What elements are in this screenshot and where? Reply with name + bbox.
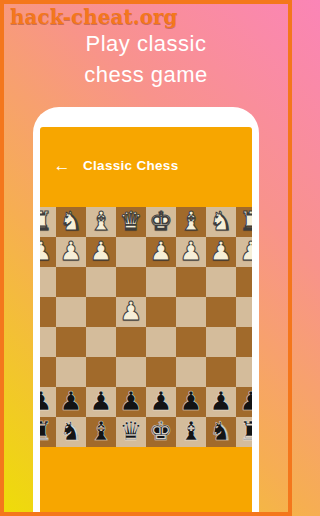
square-e2[interactable]: ♟: [146, 237, 176, 267]
chess-board[interactable]: ♜♞♝♛♚♝♞♜♟♟♟♟♟♟♟♟♟♟♟♟♟♟♟♟♜♞♝♛♚♝♞♜: [40, 207, 252, 447]
square-c3[interactable]: [86, 267, 116, 297]
piece-black-pawn-icon[interactable]: ♟: [116, 387, 146, 417]
square-h2[interactable]: ♟: [236, 237, 252, 267]
square-e4[interactable]: [146, 297, 176, 327]
piece-white-pawn-icon[interactable]: ♟: [86, 237, 116, 267]
square-f3[interactable]: [176, 267, 206, 297]
square-d8[interactable]: ♛: [116, 417, 146, 447]
piece-black-pawn-icon[interactable]: ♟: [56, 387, 86, 417]
piece-black-pawn-icon[interactable]: ♟: [40, 387, 56, 417]
piece-white-pawn-icon[interactable]: ♟: [40, 237, 56, 267]
screenshot-root: { "watermark": { "text": "hack-cheat.org…: [0, 0, 292, 516]
square-a4[interactable]: [40, 297, 56, 327]
square-d5[interactable]: [116, 327, 146, 357]
square-d7[interactable]: ♟: [116, 387, 146, 417]
hero-title: Play classic chess game: [4, 28, 288, 90]
square-b2[interactable]: ♟: [56, 237, 86, 267]
piece-black-rook-icon[interactable]: ♜: [40, 417, 56, 447]
piece-white-pawn-icon[interactable]: ♟: [116, 297, 146, 327]
piece-white-knight-icon[interactable]: ♞: [206, 207, 236, 237]
square-b5[interactable]: [56, 327, 86, 357]
piece-white-queen-icon[interactable]: ♛: [116, 207, 146, 237]
piece-white-bishop-icon[interactable]: ♝: [86, 207, 116, 237]
square-a6[interactable]: [40, 357, 56, 387]
piece-black-rook-icon[interactable]: ♜: [236, 417, 252, 447]
square-b4[interactable]: [56, 297, 86, 327]
piece-black-pawn-icon[interactable]: ♟: [236, 387, 252, 417]
piece-white-knight-icon[interactable]: ♞: [56, 207, 86, 237]
square-h5[interactable]: [236, 327, 252, 357]
square-f1[interactable]: ♝: [176, 207, 206, 237]
page-title: Classic Chess: [83, 158, 178, 173]
square-e8[interactable]: ♚: [146, 417, 176, 447]
arrow-left-icon: ←: [54, 156, 71, 175]
square-h8[interactable]: ♜: [236, 417, 252, 447]
square-c4[interactable]: [86, 297, 116, 327]
watermark-text: hack-cheat.org: [10, 5, 178, 29]
square-g4[interactable]: [206, 297, 236, 327]
square-g7[interactable]: ♟: [206, 387, 236, 417]
piece-white-rook-icon[interactable]: ♜: [40, 207, 56, 237]
square-e1[interactable]: ♚: [146, 207, 176, 237]
square-f5[interactable]: [176, 327, 206, 357]
square-g3[interactable]: [206, 267, 236, 297]
square-g6[interactable]: [206, 357, 236, 387]
square-h7[interactable]: ♟: [236, 387, 252, 417]
square-a2[interactable]: ♟: [40, 237, 56, 267]
square-d6[interactable]: [116, 357, 146, 387]
hero-title-line2: chess game: [4, 59, 288, 90]
square-h3[interactable]: [236, 267, 252, 297]
square-d2[interactable]: [116, 237, 146, 267]
piece-black-bishop-icon[interactable]: ♝: [86, 417, 116, 447]
square-f2[interactable]: ♟: [176, 237, 206, 267]
square-d4[interactable]: ♟: [116, 297, 146, 327]
square-b3[interactable]: [56, 267, 86, 297]
app-screen: ← Classic Chess ♜♞♝♛♚♝♞♜♟♟♟♟♟♟♟♟♟♟♟♟♟♟♟♟…: [40, 127, 252, 512]
square-a3[interactable]: [40, 267, 56, 297]
square-f6[interactable]: [176, 357, 206, 387]
square-a7[interactable]: ♟: [40, 387, 56, 417]
square-g5[interactable]: [206, 327, 236, 357]
square-g1[interactable]: ♞: [206, 207, 236, 237]
piece-white-king-icon[interactable]: ♚: [146, 207, 176, 237]
square-b8[interactable]: ♞: [56, 417, 86, 447]
square-d1[interactable]: ♛: [116, 207, 146, 237]
square-b1[interactable]: ♞: [56, 207, 86, 237]
square-h4[interactable]: [236, 297, 252, 327]
piece-black-king-icon[interactable]: ♚: [146, 417, 176, 447]
square-e7[interactable]: ♟: [146, 387, 176, 417]
piece-black-pawn-icon[interactable]: ♟: [146, 387, 176, 417]
square-c8[interactable]: ♝: [86, 417, 116, 447]
square-f4[interactable]: [176, 297, 206, 327]
piece-black-knight-icon[interactable]: ♞: [206, 417, 236, 447]
square-a8[interactable]: ♜: [40, 417, 56, 447]
square-h1[interactable]: ♜: [236, 207, 252, 237]
piece-white-pawn-icon[interactable]: ♟: [176, 237, 206, 267]
square-h6[interactable]: [236, 357, 252, 387]
square-f7[interactable]: ♟: [176, 387, 206, 417]
hero-title-line1: Play classic: [4, 28, 288, 59]
back-button[interactable]: ←: [51, 155, 73, 177]
square-b6[interactable]: [56, 357, 86, 387]
piece-black-pawn-icon[interactable]: ♟: [176, 387, 206, 417]
square-a1[interactable]: ♜: [40, 207, 56, 237]
app-header: ← Classic Chess: [40, 127, 252, 197]
phone-mockup: ← Classic Chess ♜♞♝♛♚♝♞♜♟♟♟♟♟♟♟♟♟♟♟♟♟♟♟♟…: [33, 107, 259, 512]
square-d3[interactable]: [116, 267, 146, 297]
piece-white-rook-icon[interactable]: ♜: [236, 207, 252, 237]
piece-black-pawn-icon[interactable]: ♟: [86, 387, 116, 417]
square-a5[interactable]: [40, 327, 56, 357]
square-f8[interactable]: ♝: [176, 417, 206, 447]
square-c7[interactable]: ♟: [86, 387, 116, 417]
square-c5[interactable]: [86, 327, 116, 357]
square-c1[interactable]: ♝: [86, 207, 116, 237]
square-g8[interactable]: ♞: [206, 417, 236, 447]
piece-black-pawn-icon[interactable]: ♟: [206, 387, 236, 417]
square-b7[interactable]: ♟: [56, 387, 86, 417]
square-c2[interactable]: ♟: [86, 237, 116, 267]
piece-black-knight-icon[interactable]: ♞: [56, 417, 86, 447]
piece-white-pawn-icon[interactable]: ♟: [206, 237, 236, 267]
square-g2[interactable]: ♟: [206, 237, 236, 267]
square-e3[interactable]: [146, 267, 176, 297]
piece-black-queen-icon[interactable]: ♛: [116, 417, 146, 447]
piece-white-pawn-icon[interactable]: ♟: [236, 237, 252, 267]
piece-white-pawn-icon[interactable]: ♟: [56, 237, 86, 267]
piece-black-bishop-icon[interactable]: ♝: [176, 417, 206, 447]
piece-white-bishop-icon[interactable]: ♝: [176, 207, 206, 237]
square-e6[interactable]: [146, 357, 176, 387]
piece-white-pawn-icon[interactable]: ♟: [146, 237, 176, 267]
square-e5[interactable]: [146, 327, 176, 357]
square-c6[interactable]: [86, 357, 116, 387]
